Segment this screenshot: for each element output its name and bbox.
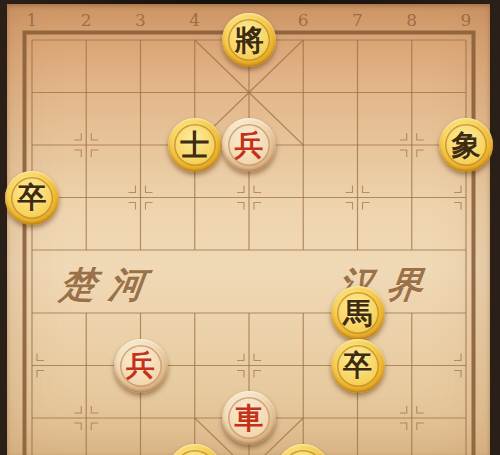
piece-glyph: 車	[235, 404, 264, 433]
piece-red-bing-soldier[interactable]: 兵	[114, 339, 168, 393]
river-label-chuhe: 楚河	[57, 261, 161, 310]
piece-glyph: 象	[452, 131, 481, 160]
piece-red-bing-soldier[interactable]: 兵	[222, 118, 276, 172]
file-label-4: 4	[189, 10, 200, 30]
piece-red-ju-chariot[interactable]: 車	[222, 391, 276, 445]
piece-glyph: 兵	[126, 351, 155, 380]
piece-glyph: 馬	[343, 299, 372, 328]
piece-glyph: 將	[235, 26, 264, 55]
piece-black-shi-advisor[interactable]: 士	[168, 118, 222, 172]
file-label-3: 3	[135, 10, 146, 30]
piece-black-zu-soldier[interactable]: 卒	[5, 171, 59, 225]
piece-glyph: 卒	[343, 351, 372, 380]
piece-black-jiang-general[interactable]: 將	[222, 13, 276, 67]
board-grid	[0, 0, 500, 455]
file-label-2: 2	[81, 10, 92, 30]
piece-glyph: 卒	[18, 183, 47, 212]
file-label-8: 8	[406, 10, 417, 30]
file-label-1: 1	[27, 10, 38, 30]
piece-glyph: 兵	[235, 131, 264, 160]
file-label-9: 9	[461, 10, 472, 30]
piece-black-ma-horse[interactable]: 馬	[331, 286, 385, 340]
piece-glyph: 士	[180, 131, 209, 160]
file-label-6: 6	[298, 10, 309, 30]
file-label-7: 7	[352, 10, 363, 30]
piece-black-xiang-elephant[interactable]: 象	[439, 118, 493, 172]
piece-black-zu-soldier[interactable]: 卒	[331, 339, 385, 393]
xiangqi-app: 123456789 楚河 汉界 將士兵象卒馬兵卒車卒卒	[0, 0, 500, 455]
